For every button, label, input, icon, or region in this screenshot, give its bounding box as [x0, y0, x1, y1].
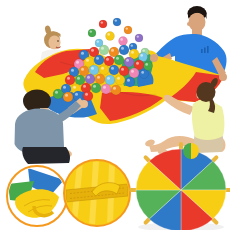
plastic-ball [119, 66, 129, 76]
ball-highlight [106, 58, 109, 61]
ball-highlight [145, 63, 148, 66]
ball-highlight [97, 76, 100, 79]
ball-highlight [117, 77, 120, 80]
man-ear [187, 22, 191, 26]
plastic-ball [109, 65, 119, 75]
ball-highlight [101, 67, 104, 70]
plastic-ball [89, 65, 99, 75]
plastic-ball [99, 65, 109, 75]
plastic-ball [114, 55, 124, 65]
handle-inset-1 [7, 166, 67, 226]
ball-highlight [101, 47, 104, 50]
plastic-ball [73, 91, 83, 101]
ball-highlight [115, 19, 117, 21]
ball-highlight [143, 49, 145, 51]
ball-highlight [111, 49, 114, 52]
ball-highlight [73, 86, 76, 89]
ball-highlight [120, 38, 123, 41]
ball-highlight [131, 70, 134, 73]
ball-highlight [116, 57, 119, 60]
plastic-ball [115, 75, 125, 85]
ball-highlight [71, 69, 74, 72]
ball-highlight [97, 40, 99, 42]
girl-hand [164, 95, 170, 101]
ball-highlight [140, 54, 143, 57]
plastic-ball [124, 57, 134, 67]
plastic-ball [129, 68, 139, 78]
man-right-hand [219, 73, 227, 81]
ball-highlight [107, 77, 110, 80]
ball-highlight [87, 76, 90, 79]
man-face [189, 13, 206, 32]
product-photo [0, 0, 230, 230]
ball-highlight [131, 51, 134, 54]
ball-highlight [76, 61, 79, 64]
flat-parachute [129, 142, 230, 230]
plastic-ball [99, 45, 109, 55]
ball-highlight [91, 49, 94, 52]
plastic-ball [94, 55, 104, 65]
ball-highlight [65, 94, 68, 97]
ball-highlight [85, 93, 88, 96]
ball-highlight [75, 93, 78, 96]
plastic-ball [113, 18, 121, 26]
boy-hand [80, 100, 88, 108]
plastic-ball [124, 26, 132, 34]
ball-highlight [126, 27, 128, 29]
ball-highlight [91, 67, 94, 70]
plastic-ball [106, 32, 115, 41]
ball-highlight [77, 77, 80, 80]
plastic-ball [95, 74, 105, 84]
ball-highlight [107, 33, 110, 36]
plastic-ball [83, 91, 93, 101]
ball-highlight [86, 59, 89, 62]
plastic-ball [125, 77, 135, 87]
toddler-eye [57, 40, 59, 42]
ball-highlight [131, 44, 133, 46]
ball-highlight [81, 68, 84, 71]
plastic-ball [65, 75, 75, 85]
plastic-ball [85, 74, 95, 84]
ball-highlight [83, 85, 86, 88]
plastic-ball [53, 89, 63, 99]
ball-highlight [67, 77, 70, 80]
ball-sack [183, 143, 199, 159]
plastic-ball [91, 83, 101, 93]
ball-highlight [55, 91, 58, 94]
handle-inset-2 [64, 160, 130, 226]
parachute-scene [0, 0, 230, 230]
ball-highlight [121, 68, 124, 71]
plastic-ball [101, 84, 111, 94]
ball-highlight [111, 67, 114, 70]
ball-highlight [121, 47, 124, 50]
ball-highlight [93, 85, 96, 88]
plastic-ball [105, 75, 115, 85]
plastic-ball [119, 45, 129, 55]
ball-highlight [81, 52, 84, 55]
plastic-ball [88, 29, 96, 37]
plastic-ball [99, 20, 107, 28]
plastic-ball [140, 70, 149, 79]
ball-highlight [141, 71, 144, 74]
boy-shorts [22, 147, 70, 164]
plastic-ball [104, 56, 114, 66]
plastic-ball [63, 92, 73, 102]
flat-parachute-wedges [136, 149, 226, 230]
ball-highlight [101, 21, 103, 23]
plastic-ball [135, 34, 143, 42]
plastic-ball [111, 85, 121, 95]
ball-highlight [96, 57, 99, 60]
ball-highlight [113, 87, 116, 90]
ball-highlight [103, 86, 106, 89]
girl-tank-top [192, 99, 224, 140]
ball-highlight [126, 59, 129, 62]
plastic-ball [119, 37, 128, 46]
ball-highlight [136, 62, 139, 65]
plastic-ball [144, 62, 153, 71]
ball-highlight [127, 79, 130, 82]
ball-highlight [90, 30, 92, 32]
ball-highlight [137, 35, 139, 37]
man-left-hand [150, 54, 158, 62]
ball-highlight [63, 86, 66, 89]
